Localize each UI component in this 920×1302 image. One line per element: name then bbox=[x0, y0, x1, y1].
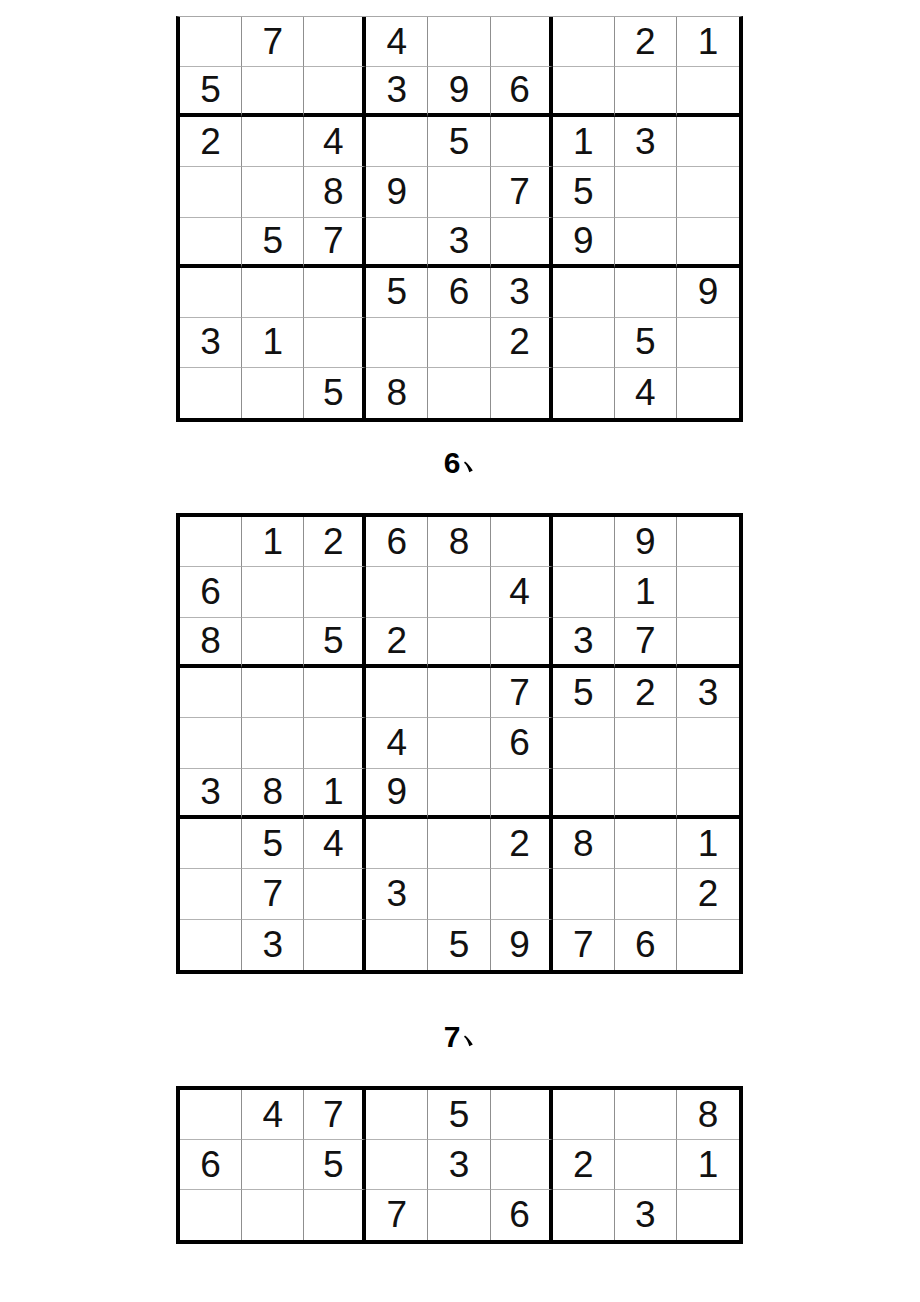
cell-r3c7[interactable] bbox=[553, 1190, 615, 1240]
puzzle-6-label: 6 bbox=[176, 446, 743, 480]
cell-r6c7[interactable] bbox=[553, 268, 615, 318]
cell-r1c1[interactable] bbox=[180, 517, 242, 567]
cell-r4c8[interactable] bbox=[615, 167, 677, 217]
cell-r8c3[interactable] bbox=[304, 869, 366, 919]
cell-r7c3[interactable] bbox=[304, 318, 366, 368]
cell-r2c9[interactable] bbox=[677, 567, 739, 617]
cell-r2c6-given[interactable]: 6 bbox=[491, 67, 553, 117]
cell-r3c2[interactable] bbox=[242, 618, 304, 668]
cell-r1c8-given[interactable]: 2 bbox=[615, 17, 677, 67]
sudoku-grid-puzzle-6: 126896418523775234638195428173235976 bbox=[176, 513, 743, 974]
cell-r1c2-given[interactable]: 4 bbox=[242, 1090, 304, 1140]
sudoku-grid-top-partial: 74215396245138975573956393125584 bbox=[176, 16, 743, 422]
cell-r2c8[interactable] bbox=[615, 1140, 677, 1190]
cell-r3c6[interactable] bbox=[491, 618, 553, 668]
cell-r3c6-given[interactable]: 6 bbox=[491, 1190, 553, 1240]
cell-r1c9-given[interactable]: 8 bbox=[677, 1090, 739, 1140]
cell-r5c7[interactable] bbox=[553, 718, 615, 768]
cell-r2c8[interactable] bbox=[615, 67, 677, 117]
cell-r7c3-given[interactable]: 4 bbox=[304, 819, 366, 869]
cell-r6c8[interactable] bbox=[615, 268, 677, 318]
worksheet-page: 74215396245138975573956393125584 6 12689… bbox=[0, 0, 920, 1302]
cell-r3c6[interactable] bbox=[491, 117, 553, 167]
cell-r2c3[interactable] bbox=[304, 567, 366, 617]
cell-r5c7-given[interactable]: 9 bbox=[553, 218, 615, 268]
cell-r3c1-given[interactable]: 2 bbox=[180, 117, 242, 167]
cell-r6c9[interactable] bbox=[677, 769, 739, 819]
cell-r5c2-given[interactable]: 5 bbox=[242, 218, 304, 268]
cell-r8c6[interactable] bbox=[491, 869, 553, 919]
ideographic-comma-icon bbox=[463, 460, 475, 473]
cell-r2c7[interactable] bbox=[553, 67, 615, 117]
cell-r2c5[interactable] bbox=[428, 567, 490, 617]
cell-r4c1[interactable] bbox=[180, 167, 242, 217]
cell-r9c6-given[interactable]: 9 bbox=[491, 920, 553, 970]
cell-r6c7[interactable] bbox=[553, 769, 615, 819]
cell-r6c2-given[interactable]: 8 bbox=[242, 769, 304, 819]
cell-r7c6-given[interactable]: 2 bbox=[491, 318, 553, 368]
cell-r9c4[interactable] bbox=[366, 920, 428, 970]
cell-r9c9[interactable] bbox=[677, 920, 739, 970]
cell-r8c1[interactable] bbox=[180, 368, 242, 418]
cell-r1c5[interactable] bbox=[428, 17, 490, 67]
cell-r5c1[interactable] bbox=[180, 718, 242, 768]
cell-r6c8[interactable] bbox=[615, 769, 677, 819]
cell-r3c1[interactable] bbox=[180, 1190, 242, 1240]
cell-r1c9[interactable] bbox=[677, 517, 739, 567]
cell-r5c5[interactable] bbox=[428, 718, 490, 768]
cell-r3c7-given[interactable]: 3 bbox=[553, 618, 615, 668]
cell-r8c9[interactable] bbox=[677, 368, 739, 418]
cell-r6c6-given[interactable]: 3 bbox=[491, 268, 553, 318]
cell-r1c3-given[interactable]: 2 bbox=[304, 517, 366, 567]
cell-r6c5-given[interactable]: 6 bbox=[428, 268, 490, 318]
cell-r3c9[interactable] bbox=[677, 117, 739, 167]
cell-r7c8-given[interactable]: 5 bbox=[615, 318, 677, 368]
cell-r5c9[interactable] bbox=[677, 218, 739, 268]
cell-r9c3[interactable] bbox=[304, 920, 366, 970]
cell-r4c2[interactable] bbox=[242, 167, 304, 217]
cell-r3c5[interactable] bbox=[428, 1190, 490, 1240]
cell-r5c6-given[interactable]: 6 bbox=[491, 718, 553, 768]
cell-r3c8-given[interactable]: 3 bbox=[615, 117, 677, 167]
cell-r3c3-given[interactable]: 4 bbox=[304, 117, 366, 167]
cell-r1c6[interactable] bbox=[491, 1090, 553, 1140]
cell-r7c9[interactable] bbox=[677, 318, 739, 368]
cell-r8c4-given[interactable]: 8 bbox=[366, 368, 428, 418]
cell-r8c7[interactable] bbox=[553, 869, 615, 919]
cell-r8c1[interactable] bbox=[180, 869, 242, 919]
cell-r4c5[interactable] bbox=[428, 167, 490, 217]
cell-r3c5-given[interactable]: 5 bbox=[428, 117, 490, 167]
cell-r4c9[interactable] bbox=[677, 167, 739, 217]
cell-r4c4-given[interactable]: 9 bbox=[366, 167, 428, 217]
puzzle-7-label: 7 bbox=[176, 1020, 743, 1054]
cell-r5c2[interactable] bbox=[242, 718, 304, 768]
cell-r7c1-given[interactable]: 3 bbox=[180, 318, 242, 368]
cell-r8c3-given[interactable]: 5 bbox=[304, 368, 366, 418]
cell-r6c1-given[interactable]: 3 bbox=[180, 769, 242, 819]
cell-r7c4[interactable] bbox=[366, 819, 428, 869]
cell-r8c2-given[interactable]: 7 bbox=[242, 869, 304, 919]
cell-r8c7[interactable] bbox=[553, 368, 615, 418]
cell-r7c6-given[interactable]: 2 bbox=[491, 819, 553, 869]
cell-r1c4-given[interactable]: 6 bbox=[366, 517, 428, 567]
cell-r1c4[interactable] bbox=[366, 1090, 428, 1140]
cell-r4c4[interactable] bbox=[366, 668, 428, 718]
cell-r5c3[interactable] bbox=[304, 718, 366, 768]
cell-r6c2[interactable] bbox=[242, 268, 304, 318]
cell-r1c2-given[interactable]: 1 bbox=[242, 517, 304, 567]
cell-r3c4-given[interactable]: 7 bbox=[366, 1190, 428, 1240]
cell-r8c9-given[interactable]: 2 bbox=[677, 869, 739, 919]
cell-r2c7-given[interactable]: 2 bbox=[553, 1140, 615, 1190]
cell-r5c4[interactable] bbox=[366, 218, 428, 268]
cell-r9c7-given[interactable]: 7 bbox=[553, 920, 615, 970]
cell-r3c3-given[interactable]: 5 bbox=[304, 618, 366, 668]
cell-r1c3-given[interactable]: 7 bbox=[304, 1090, 366, 1140]
cell-r7c5[interactable] bbox=[428, 819, 490, 869]
cell-r6c1[interactable] bbox=[180, 268, 242, 318]
cell-r4c6-given[interactable]: 7 bbox=[491, 668, 553, 718]
cell-r6c3[interactable] bbox=[304, 268, 366, 318]
cell-r6c4-given[interactable]: 9 bbox=[366, 769, 428, 819]
cell-r5c1[interactable] bbox=[180, 218, 242, 268]
cell-r8c4-given[interactable]: 3 bbox=[366, 869, 428, 919]
cell-r4c6-given[interactable]: 7 bbox=[491, 167, 553, 217]
cell-r5c8[interactable] bbox=[615, 718, 677, 768]
cell-r2c4[interactable] bbox=[366, 1140, 428, 1190]
cell-r5c9[interactable] bbox=[677, 718, 739, 768]
cell-r4c2[interactable] bbox=[242, 668, 304, 718]
cell-r3c7-given[interactable]: 1 bbox=[553, 117, 615, 167]
cell-r1c5-given[interactable]: 5 bbox=[428, 1090, 490, 1140]
cell-r6c5[interactable] bbox=[428, 769, 490, 819]
cell-r5c4-given[interactable]: 4 bbox=[366, 718, 428, 768]
ideographic-comma-icon bbox=[463, 1034, 475, 1047]
cell-r7c9-given[interactable]: 1 bbox=[677, 819, 739, 869]
cell-r1c4-given[interactable]: 4 bbox=[366, 17, 428, 67]
cell-r2c5-given[interactable]: 3 bbox=[428, 1140, 490, 1190]
cell-r7c2-given[interactable]: 5 bbox=[242, 819, 304, 869]
cell-r1c7[interactable] bbox=[553, 17, 615, 67]
cell-r8c8[interactable] bbox=[615, 869, 677, 919]
puzzle-7-label-number: 7 bbox=[444, 1020, 461, 1053]
cell-r2c4-given[interactable]: 3 bbox=[366, 67, 428, 117]
cell-r2c6-given[interactable]: 4 bbox=[491, 567, 553, 617]
cell-r1c2-given[interactable]: 7 bbox=[242, 17, 304, 67]
cell-r7c8[interactable] bbox=[615, 819, 677, 869]
cell-r3c9[interactable] bbox=[677, 1190, 739, 1240]
cell-r8c5[interactable] bbox=[428, 368, 490, 418]
cell-r3c8-given[interactable]: 7 bbox=[615, 618, 677, 668]
cell-r7c7[interactable] bbox=[553, 318, 615, 368]
cell-r2c1-given[interactable]: 6 bbox=[180, 567, 242, 617]
cell-r8c8-given[interactable]: 4 bbox=[615, 368, 677, 418]
cell-r9c8-given[interactable]: 6 bbox=[615, 920, 677, 970]
cell-r8c6[interactable] bbox=[491, 368, 553, 418]
cell-r6c9-given[interactable]: 9 bbox=[677, 268, 739, 318]
cell-r2c9-given[interactable]: 1 bbox=[677, 1140, 739, 1190]
cell-r4c3-given[interactable]: 8 bbox=[304, 167, 366, 217]
cell-r3c1-given[interactable]: 8 bbox=[180, 618, 242, 668]
cell-r4c7-given[interactable]: 5 bbox=[553, 167, 615, 217]
cell-r3c4[interactable] bbox=[366, 117, 428, 167]
cell-r1c8-given[interactable]: 9 bbox=[615, 517, 677, 567]
cell-r2c4[interactable] bbox=[366, 567, 428, 617]
cell-r2c9[interactable] bbox=[677, 67, 739, 117]
cell-r2c1-given[interactable]: 5 bbox=[180, 67, 242, 117]
cell-r2c2[interactable] bbox=[242, 67, 304, 117]
cell-r2c3[interactable] bbox=[304, 67, 366, 117]
cell-r1c6[interactable] bbox=[491, 517, 553, 567]
cell-r7c7-given[interactable]: 8 bbox=[553, 819, 615, 869]
cell-r3c5[interactable] bbox=[428, 618, 490, 668]
cell-r4c5[interactable] bbox=[428, 668, 490, 718]
cell-r5c8[interactable] bbox=[615, 218, 677, 268]
cell-r1c5-given[interactable]: 8 bbox=[428, 517, 490, 567]
puzzle-6-label-number: 6 bbox=[444, 446, 461, 479]
cell-r2c2[interactable] bbox=[242, 1140, 304, 1190]
cell-r9c2-given[interactable]: 3 bbox=[242, 920, 304, 970]
cell-r8c2[interactable] bbox=[242, 368, 304, 418]
cell-r2c6[interactable] bbox=[491, 1140, 553, 1190]
cell-r4c3[interactable] bbox=[304, 668, 366, 718]
cell-r2c5-given[interactable]: 9 bbox=[428, 67, 490, 117]
cell-r1c8[interactable] bbox=[615, 1090, 677, 1140]
cell-r9c1[interactable] bbox=[180, 920, 242, 970]
cell-r6c3-given[interactable]: 1 bbox=[304, 769, 366, 819]
cell-r1c6[interactable] bbox=[491, 17, 553, 67]
cell-r2c8-given[interactable]: 1 bbox=[615, 567, 677, 617]
cell-r7c5[interactable] bbox=[428, 318, 490, 368]
cell-r1c9-given[interactable]: 1 bbox=[677, 17, 739, 67]
cell-r3c9[interactable] bbox=[677, 618, 739, 668]
cell-r1c1[interactable] bbox=[180, 17, 242, 67]
cell-r7c4[interactable] bbox=[366, 318, 428, 368]
cell-r2c1-given[interactable]: 6 bbox=[180, 1140, 242, 1190]
cell-r7c2-given[interactable]: 1 bbox=[242, 318, 304, 368]
cell-r1c7[interactable] bbox=[553, 1090, 615, 1140]
cell-r4c7-given[interactable]: 5 bbox=[553, 668, 615, 718]
cell-r5c5-given[interactable]: 3 bbox=[428, 218, 490, 268]
cell-r3c8-given[interactable]: 3 bbox=[615, 1190, 677, 1240]
cell-r1c7[interactable] bbox=[553, 517, 615, 567]
cell-r4c1[interactable] bbox=[180, 668, 242, 718]
cell-r3c2[interactable] bbox=[242, 117, 304, 167]
cell-r5c6[interactable] bbox=[491, 218, 553, 268]
cell-r2c7[interactable] bbox=[553, 567, 615, 617]
cell-r4c9-given[interactable]: 3 bbox=[677, 668, 739, 718]
cell-r8c5[interactable] bbox=[428, 869, 490, 919]
cell-r5c3-given[interactable]: 7 bbox=[304, 218, 366, 268]
cell-r3c3[interactable] bbox=[304, 1190, 366, 1240]
cell-r1c3[interactable] bbox=[304, 17, 366, 67]
cell-r9c5-given[interactable]: 5 bbox=[428, 920, 490, 970]
cell-r2c3-given[interactable]: 5 bbox=[304, 1140, 366, 1190]
cell-r1c1[interactable] bbox=[180, 1090, 242, 1140]
cell-r3c2[interactable] bbox=[242, 1190, 304, 1240]
cell-r6c6[interactable] bbox=[491, 769, 553, 819]
cell-r6c4-given[interactable]: 5 bbox=[366, 268, 428, 318]
sudoku-grid-puzzle-7-partial: 475865321763 bbox=[176, 1086, 743, 1244]
cell-r7c1[interactable] bbox=[180, 819, 242, 869]
cell-r3c4-given[interactable]: 2 bbox=[366, 618, 428, 668]
cell-r4c8-given[interactable]: 2 bbox=[615, 668, 677, 718]
cell-r2c2[interactable] bbox=[242, 567, 304, 617]
